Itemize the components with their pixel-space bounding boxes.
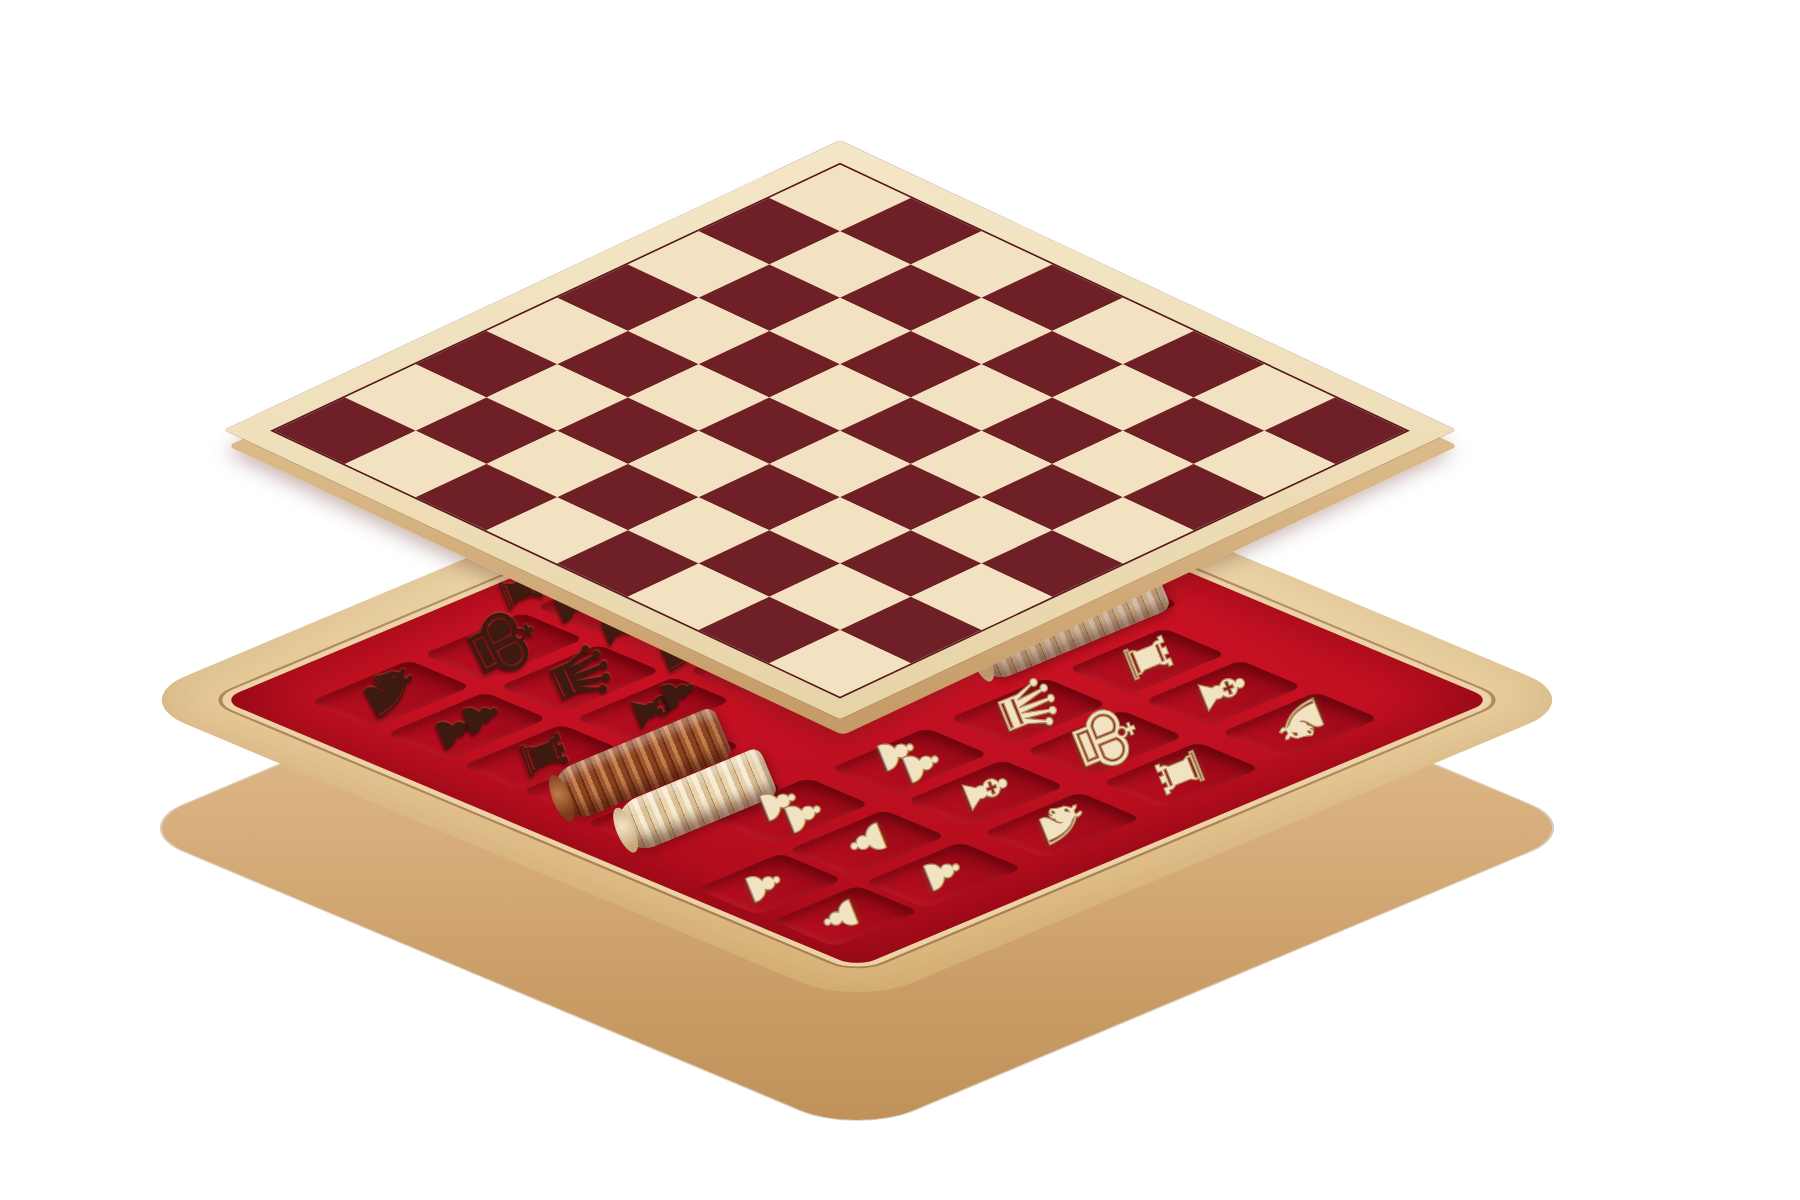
light-pawn: ♟ <box>915 846 972 900</box>
light-pawn: ♟ <box>839 814 896 868</box>
dark-pawn: ♟ <box>453 690 510 744</box>
product-photo-scene: ♚♛♝♟♞♟♟♜♜♟♝♞♜♝♞♛♚♜♟♟♝♞♟♟♟♟♟♟ <box>0 0 1800 1200</box>
light-knight: ♞ <box>1262 686 1338 758</box>
light-pawn: ♟ <box>813 891 867 943</box>
dark-knight: ♞ <box>346 648 435 734</box>
light-pawn: ♟ <box>737 859 791 911</box>
light-bishop: ♝ <box>949 755 1022 825</box>
light-bishop: ♝ <box>1185 654 1261 726</box>
light-rook: ♜ <box>1112 624 1183 692</box>
light-knight: ♞ <box>1025 787 1098 857</box>
